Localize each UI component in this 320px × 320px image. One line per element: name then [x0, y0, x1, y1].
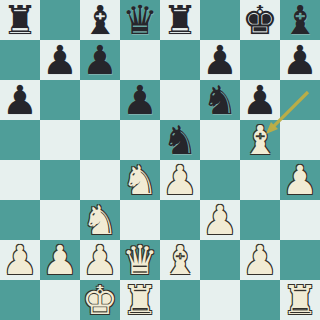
- square-h3[interactable]: [280, 200, 320, 240]
- square-g1[interactable]: [240, 280, 280, 320]
- square-e7[interactable]: [160, 40, 200, 80]
- piece-white-pawn[interactable]: ♟: [2, 240, 38, 280]
- piece-white-pawn[interactable]: ♟: [42, 240, 78, 280]
- square-b8[interactable]: [40, 0, 80, 40]
- square-h1[interactable]: ♜: [280, 280, 320, 320]
- square-f3[interactable]: ♟: [200, 200, 240, 240]
- square-c3[interactable]: ♞: [80, 200, 120, 240]
- square-e3[interactable]: [160, 200, 200, 240]
- square-c2[interactable]: ♟: [80, 240, 120, 280]
- piece-black-bishop[interactable]: ♝: [82, 0, 118, 40]
- square-e1[interactable]: [160, 280, 200, 320]
- piece-black-pawn[interactable]: ♟: [82, 40, 118, 80]
- square-a4[interactable]: [0, 160, 40, 200]
- square-f4[interactable]: [200, 160, 240, 200]
- square-c6[interactable]: [80, 80, 120, 120]
- square-a3[interactable]: [0, 200, 40, 240]
- square-b5[interactable]: [40, 120, 80, 160]
- piece-black-pawn[interactable]: ♟: [42, 40, 78, 80]
- square-e8[interactable]: ♜: [160, 0, 200, 40]
- square-g8[interactable]: ♚: [240, 0, 280, 40]
- square-a1[interactable]: [0, 280, 40, 320]
- square-b7[interactable]: ♟: [40, 40, 80, 80]
- piece-white-king[interactable]: ♚: [82, 280, 118, 320]
- square-c7[interactable]: ♟: [80, 40, 120, 80]
- piece-white-pawn[interactable]: ♟: [162, 160, 198, 200]
- square-h7[interactable]: ♟: [280, 40, 320, 80]
- square-f2[interactable]: [200, 240, 240, 280]
- square-h4[interactable]: ♟: [280, 160, 320, 200]
- square-d4[interactable]: ♞: [120, 160, 160, 200]
- square-e4[interactable]: ♟: [160, 160, 200, 200]
- square-a2[interactable]: ♟: [0, 240, 40, 280]
- square-b6[interactable]: [40, 80, 80, 120]
- square-f8[interactable]: [200, 0, 240, 40]
- square-e2[interactable]: ♝: [160, 240, 200, 280]
- square-c8[interactable]: ♝: [80, 0, 120, 40]
- piece-black-queen[interactable]: ♛: [122, 0, 158, 40]
- square-b1[interactable]: [40, 280, 80, 320]
- piece-black-knight[interactable]: ♞: [162, 120, 198, 160]
- square-g5[interactable]: ♝: [240, 120, 280, 160]
- piece-white-knight[interactable]: ♞: [122, 160, 158, 200]
- square-d2[interactable]: ♛: [120, 240, 160, 280]
- square-g7[interactable]: [240, 40, 280, 80]
- square-c4[interactable]: [80, 160, 120, 200]
- square-d8[interactable]: ♛: [120, 0, 160, 40]
- chess-board-container: ♜♝♛♜♚♝♟♟♟♟♟♟♞♟♞♝♞♟♟♞♟♟♟♟♛♝♟♚♜♜: [0, 0, 320, 320]
- piece-white-knight[interactable]: ♞: [82, 200, 118, 240]
- square-f1[interactable]: [200, 280, 240, 320]
- piece-black-king[interactable]: ♚: [242, 0, 278, 40]
- square-g2[interactable]: ♟: [240, 240, 280, 280]
- piece-black-pawn[interactable]: ♟: [282, 40, 318, 80]
- square-g4[interactable]: [240, 160, 280, 200]
- piece-white-bishop[interactable]: ♝: [162, 240, 198, 280]
- chess-board: ♜♝♛♜♚♝♟♟♟♟♟♟♞♟♞♝♞♟♟♞♟♟♟♟♛♝♟♚♜♜: [0, 0, 320, 320]
- square-e5[interactable]: ♞: [160, 120, 200, 160]
- square-a5[interactable]: [0, 120, 40, 160]
- square-a8[interactable]: ♜: [0, 0, 40, 40]
- piece-white-rook[interactable]: ♜: [122, 280, 158, 320]
- piece-white-pawn[interactable]: ♟: [202, 200, 238, 240]
- piece-white-bishop[interactable]: ♝: [242, 120, 278, 160]
- square-h6[interactable]: [280, 80, 320, 120]
- square-h5[interactable]: [280, 120, 320, 160]
- piece-black-knight[interactable]: ♞: [202, 80, 238, 120]
- square-a6[interactable]: ♟: [0, 80, 40, 120]
- piece-white-rook[interactable]: ♜: [282, 280, 318, 320]
- square-d5[interactable]: [120, 120, 160, 160]
- square-d3[interactable]: [120, 200, 160, 240]
- square-b2[interactable]: ♟: [40, 240, 80, 280]
- piece-black-bishop[interactable]: ♝: [282, 0, 318, 40]
- piece-white-pawn[interactable]: ♟: [242, 240, 278, 280]
- piece-white-queen[interactable]: ♛: [122, 240, 158, 280]
- square-g6[interactable]: ♟: [240, 80, 280, 120]
- square-d7[interactable]: [120, 40, 160, 80]
- piece-black-pawn[interactable]: ♟: [2, 80, 38, 120]
- piece-black-pawn[interactable]: ♟: [122, 80, 158, 120]
- square-b3[interactable]: [40, 200, 80, 240]
- square-g3[interactable]: [240, 200, 280, 240]
- square-f5[interactable]: [200, 120, 240, 160]
- square-a7[interactable]: [0, 40, 40, 80]
- piece-black-pawn[interactable]: ♟: [202, 40, 238, 80]
- piece-white-pawn[interactable]: ♟: [82, 240, 118, 280]
- square-c5[interactable]: [80, 120, 120, 160]
- square-e6[interactable]: [160, 80, 200, 120]
- square-h2[interactable]: [280, 240, 320, 280]
- square-b4[interactable]: [40, 160, 80, 200]
- square-h8[interactable]: ♝: [280, 0, 320, 40]
- square-d6[interactable]: ♟: [120, 80, 160, 120]
- piece-black-rook[interactable]: ♜: [162, 0, 198, 40]
- square-f6[interactable]: ♞: [200, 80, 240, 120]
- square-d1[interactable]: ♜: [120, 280, 160, 320]
- piece-black-pawn[interactable]: ♟: [242, 80, 278, 120]
- piece-white-pawn[interactable]: ♟: [282, 160, 318, 200]
- piece-black-rook[interactable]: ♜: [2, 0, 38, 40]
- square-f7[interactable]: ♟: [200, 40, 240, 80]
- square-c1[interactable]: ♚: [80, 280, 120, 320]
